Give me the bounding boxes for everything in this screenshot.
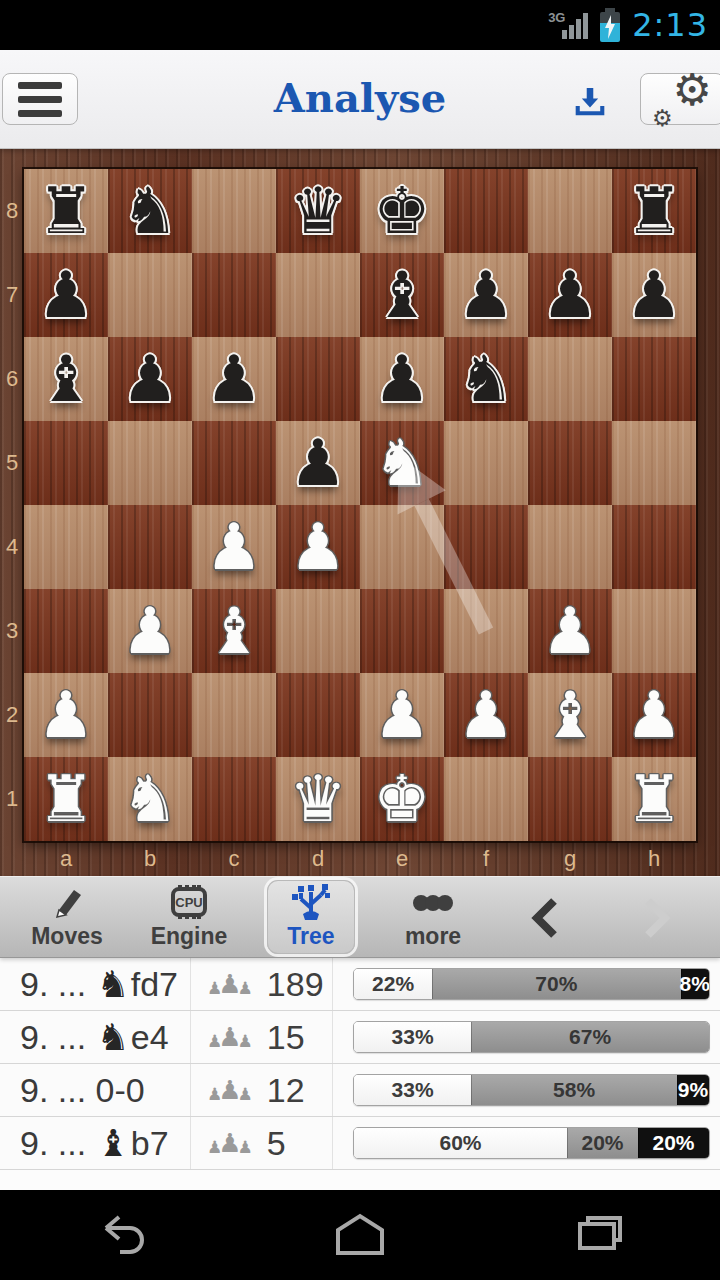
piece-black-rook: ♜ xyxy=(37,169,94,253)
black-score-segment: 8% xyxy=(681,969,709,999)
tab-label: Tree xyxy=(287,923,334,950)
rank-label-6: 6 xyxy=(0,337,24,421)
chevron-left-icon xyxy=(531,896,559,940)
rank-label-3: 3 xyxy=(0,589,24,673)
square-g6[interactable] xyxy=(528,337,612,421)
black-score-segment: 9% xyxy=(677,1075,709,1105)
square-f3[interactable] xyxy=(444,589,528,673)
black-score-segment: 20% xyxy=(638,1128,709,1158)
square-a6[interactable]: ♝ xyxy=(24,337,108,421)
square-a7[interactable]: ♟ xyxy=(24,253,108,337)
piece-white-pawn: ♟ xyxy=(541,589,598,673)
status-bar: 3G 2:13 xyxy=(0,0,720,50)
square-e3[interactable] xyxy=(360,589,444,673)
ellipsis-icon xyxy=(411,884,455,922)
square-g4[interactable] xyxy=(528,505,612,589)
square-b1[interactable]: ♞ xyxy=(108,757,192,841)
square-g7[interactable]: ♟ xyxy=(528,253,612,337)
draw-score-segment: 58% xyxy=(471,1075,677,1105)
rank-label-5: 5 xyxy=(0,421,24,505)
rank-label-2: 2 xyxy=(0,673,24,757)
square-d6[interactable] xyxy=(276,337,360,421)
square-c8[interactable] xyxy=(192,169,276,253)
square-c1[interactable] xyxy=(192,757,276,841)
result-bar: 60%20%20% xyxy=(353,1127,710,1159)
move-san: b7 xyxy=(131,1124,169,1163)
piece-black-queen: ♛ xyxy=(289,169,346,253)
cpu-icon: CPU xyxy=(166,884,212,922)
file-label-b: b xyxy=(108,843,192,875)
move-san: e4 xyxy=(131,1018,169,1057)
file-label-h: h xyxy=(612,843,696,875)
piece-white-pawn: ♟ xyxy=(205,505,262,589)
piece-black-pawn: ♟ xyxy=(121,337,178,421)
home-button[interactable] xyxy=(240,1190,480,1280)
square-d4[interactable]: ♟ xyxy=(276,505,360,589)
opening-tree-table: 9. ... ♞fd7♟♟♟18922%70%8%9. ... ♞e4♟♟♟15… xyxy=(0,958,720,1170)
square-b4[interactable] xyxy=(108,505,192,589)
file-label-d: d xyxy=(276,843,360,875)
square-h1[interactable]: ♜ xyxy=(612,757,696,841)
square-c2[interactable] xyxy=(192,673,276,757)
square-b3[interactable]: ♟ xyxy=(108,589,192,673)
chess-board: ♜♞♛♚♜♟♝♟♟♟♝♟♟♟♞♟♞♟♟♟♝♟♟♟♟♝♟♜♞♛♚♜ 8765432… xyxy=(0,149,720,876)
draw-score-segment: 67% xyxy=(471,1022,709,1052)
piece-white-king: ♚ xyxy=(373,757,430,841)
piece-black-rook: ♜ xyxy=(625,169,682,253)
square-g8[interactable] xyxy=(528,169,612,253)
square-a8[interactable]: ♜ xyxy=(24,169,108,253)
piece-white-knight: ♞ xyxy=(121,757,178,841)
square-c3[interactable]: ♝ xyxy=(192,589,276,673)
file-label-e: e xyxy=(360,843,444,875)
move-piece-glyph: ♞ xyxy=(97,1019,130,1056)
piece-black-bishop: ♝ xyxy=(373,253,430,337)
square-h4[interactable] xyxy=(612,505,696,589)
square-d8[interactable]: ♛ xyxy=(276,169,360,253)
square-g3[interactable]: ♟ xyxy=(528,589,612,673)
square-f4[interactable] xyxy=(444,505,528,589)
tab-label: Engine xyxy=(151,923,228,950)
piece-black-pawn: ♟ xyxy=(373,337,430,421)
piece-white-pawn: ♟ xyxy=(289,505,346,589)
rank-label-4: 4 xyxy=(0,505,24,589)
file-label-a: a xyxy=(24,843,108,875)
pencil-icon xyxy=(49,884,85,922)
piece-black-knight: ♞ xyxy=(457,337,514,421)
square-a1[interactable]: ♜ xyxy=(24,757,108,841)
pawn-cluster-icon: ♟♟♟ xyxy=(207,1024,253,1050)
square-h6[interactable] xyxy=(612,337,696,421)
square-e5[interactable]: ♞ xyxy=(360,421,444,505)
piece-black-pawn: ♟ xyxy=(289,421,346,505)
pawn-cluster-icon: ♟♟♟ xyxy=(207,1077,253,1103)
square-b7[interactable] xyxy=(108,253,192,337)
square-d5[interactable]: ♟ xyxy=(276,421,360,505)
square-a4[interactable] xyxy=(24,505,108,589)
square-f5[interactable] xyxy=(444,421,528,505)
tab-label: more xyxy=(405,923,461,950)
square-h7[interactable]: ♟ xyxy=(612,253,696,337)
square-h3[interactable] xyxy=(612,589,696,673)
piece-black-bishop: ♝ xyxy=(37,337,94,421)
tree-row-4[interactable]: 9. ... ♝b7♟♟♟560%20%20% xyxy=(0,1117,720,1170)
square-h5[interactable] xyxy=(612,421,696,505)
download-button[interactable] xyxy=(566,78,614,124)
square-d7[interactable] xyxy=(276,253,360,337)
move-piece-glyph: ♞ xyxy=(97,966,130,1003)
piece-white-knight: ♞ xyxy=(373,421,430,505)
square-e4[interactable] xyxy=(360,505,444,589)
move-text: 9. ... 0-0 xyxy=(0,1071,190,1110)
android-navigation-bar xyxy=(0,1190,720,1280)
tab-moves[interactable]: Moves xyxy=(6,878,128,956)
previous-move-button[interactable] xyxy=(521,877,569,959)
white-score-segment: 33% xyxy=(354,1075,471,1105)
square-h2[interactable]: ♟ xyxy=(612,673,696,757)
result-bar: 33%67% xyxy=(353,1021,710,1053)
tab-label: Moves xyxy=(31,923,103,950)
square-e7[interactable]: ♝ xyxy=(360,253,444,337)
piece-white-pawn: ♟ xyxy=(457,673,514,757)
piece-white-pawn: ♟ xyxy=(121,589,178,673)
piece-white-rook: ♜ xyxy=(625,757,682,841)
tree-row-3[interactable]: 9. ... 0-0♟♟♟1233%58%9% xyxy=(0,1064,720,1117)
piece-white-bishop: ♝ xyxy=(205,589,262,673)
battery-charging-icon xyxy=(600,8,620,42)
piece-white-bishop: ♝ xyxy=(541,673,598,757)
file-label-f: f xyxy=(444,843,528,875)
piece-white-rook: ♜ xyxy=(37,757,94,841)
move-piece-glyph: ♝ xyxy=(97,1125,130,1162)
rank-label-8: 8 xyxy=(0,169,24,253)
draw-score-segment: 70% xyxy=(432,969,681,999)
recents-button[interactable] xyxy=(480,1190,720,1280)
square-e8[interactable]: ♚ xyxy=(360,169,444,253)
square-b8[interactable]: ♞ xyxy=(108,169,192,253)
square-b2[interactable] xyxy=(108,673,192,757)
piece-black-knight: ♞ xyxy=(121,169,178,253)
white-score-segment: 22% xyxy=(354,969,432,999)
square-f1[interactable] xyxy=(444,757,528,841)
piece-black-pawn: ♟ xyxy=(37,253,94,337)
back-button[interactable] xyxy=(0,1190,240,1280)
piece-white-queen: ♛ xyxy=(289,757,346,841)
square-g1[interactable] xyxy=(528,757,612,841)
file-label-c: c xyxy=(192,843,276,875)
tree-icon xyxy=(291,884,331,922)
pawn-cluster-icon: ♟♟♟ xyxy=(207,1130,253,1156)
chevron-right-icon xyxy=(643,896,671,940)
games-count: 5 xyxy=(267,1124,286,1163)
tab-engine[interactable]: CPU Engine xyxy=(128,878,250,956)
square-h8[interactable]: ♜ xyxy=(612,169,696,253)
square-c4[interactable]: ♟ xyxy=(192,505,276,589)
square-d1[interactable]: ♛ xyxy=(276,757,360,841)
square-a5[interactable] xyxy=(24,421,108,505)
square-a2[interactable]: ♟ xyxy=(24,673,108,757)
move-text: 9. ... ♞e4 xyxy=(0,1018,190,1057)
square-f8[interactable] xyxy=(444,169,528,253)
square-f2[interactable]: ♟ xyxy=(444,673,528,757)
result-bar: 33%58%9% xyxy=(353,1074,710,1106)
next-move-button[interactable] xyxy=(633,877,681,959)
games-count: 12 xyxy=(267,1071,305,1110)
move-san: 0-0 xyxy=(96,1071,145,1110)
signal-bars-icon: 3G xyxy=(548,9,588,41)
file-label-g: g xyxy=(528,843,612,875)
tab-tree[interactable]: Tree xyxy=(267,880,355,954)
download-icon xyxy=(572,79,608,123)
rank-label-1: 1 xyxy=(0,757,24,841)
white-score-segment: 33% xyxy=(354,1022,471,1052)
square-c5[interactable] xyxy=(192,421,276,505)
piece-black-pawn: ♟ xyxy=(625,253,682,337)
square-e6[interactable]: ♟ xyxy=(360,337,444,421)
square-b6[interactable]: ♟ xyxy=(108,337,192,421)
tree-row-1[interactable]: 9. ... ♞fd7♟♟♟18922%70%8% xyxy=(0,958,720,1011)
square-g2[interactable]: ♝ xyxy=(528,673,612,757)
move-san: fd7 xyxy=(131,965,178,1004)
square-d3[interactable] xyxy=(276,589,360,673)
square-e1[interactable]: ♚ xyxy=(360,757,444,841)
pawn-cluster-icon: ♟♟♟ xyxy=(207,971,253,997)
piece-white-pawn: ♟ xyxy=(37,673,94,757)
gear-icon: ⚙⚙ xyxy=(654,76,710,122)
square-d2[interactable] xyxy=(276,673,360,757)
move-text: 9. ... ♞fd7 xyxy=(0,965,190,1004)
tab-more[interactable]: more xyxy=(372,878,494,956)
settings-button[interactable]: ⚙⚙ xyxy=(640,73,720,125)
rank-label-7: 7 xyxy=(0,253,24,337)
back-icon xyxy=(92,1213,148,1257)
tree-row-2[interactable]: 9. ... ♞e4♟♟♟1533%67% xyxy=(0,1011,720,1064)
app-header: Analyse ⚙⚙ xyxy=(0,50,720,149)
recents-icon xyxy=(574,1213,626,1257)
games-count: 189 xyxy=(267,965,324,1004)
move-text: 9. ... ♝b7 xyxy=(0,1124,190,1163)
square-f7[interactable]: ♟ xyxy=(444,253,528,337)
clock: 2:13 xyxy=(632,6,708,44)
result-bar: 22%70%8% xyxy=(353,968,710,1000)
tab-bar: Moves CPU Engine xyxy=(0,876,720,958)
games-count: 15 xyxy=(267,1018,305,1057)
piece-white-pawn: ♟ xyxy=(373,673,430,757)
list-gap xyxy=(0,1170,720,1192)
square-g5[interactable] xyxy=(528,421,612,505)
piece-white-pawn: ♟ xyxy=(625,673,682,757)
board-squares: ♜♞♛♚♜♟♝♟♟♟♝♟♟♟♞♟♞♟♟♟♝♟♟♟♟♝♟♜♞♛♚♜ xyxy=(24,169,696,841)
draw-score-segment: 20% xyxy=(567,1128,638,1158)
piece-black-pawn: ♟ xyxy=(205,337,262,421)
square-b5[interactable] xyxy=(108,421,192,505)
piece-black-pawn: ♟ xyxy=(541,253,598,337)
square-c6[interactable]: ♟ xyxy=(192,337,276,421)
square-c7[interactable] xyxy=(192,253,276,337)
square-f6[interactable]: ♞ xyxy=(444,337,528,421)
svg-text:CPU: CPU xyxy=(175,895,202,910)
white-score-segment: 60% xyxy=(354,1128,567,1158)
home-icon xyxy=(334,1213,386,1257)
square-a3[interactable] xyxy=(24,589,108,673)
piece-black-king: ♚ xyxy=(373,169,430,253)
piece-black-pawn: ♟ xyxy=(457,253,514,337)
square-e2[interactable]: ♟ xyxy=(360,673,444,757)
